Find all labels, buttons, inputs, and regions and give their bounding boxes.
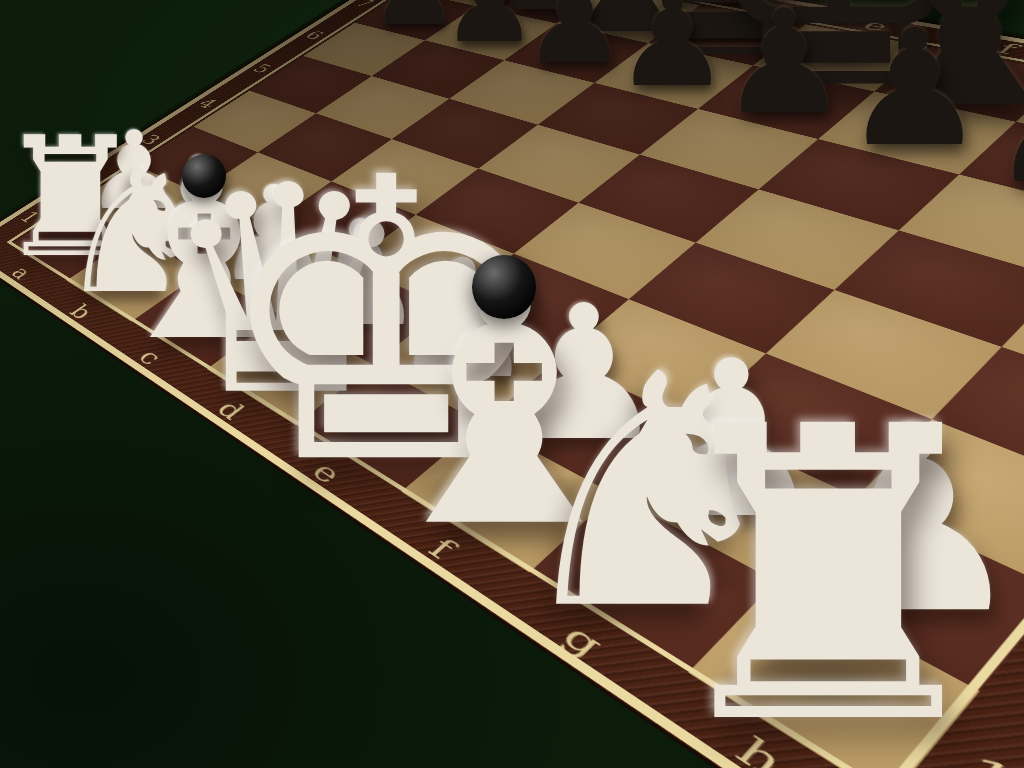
pawn-glyph: ♟ [614,0,730,105]
pawn-glyph: ♟ [986,28,1024,211]
pawn-glyph: ♟ [842,8,986,169]
chess-scene: aa11bb22cc33dd44ee55ff66gg77hh88 ♜♞♝♛♚♝♞… [0,0,1024,768]
rook-glyph: ♜ [647,374,1010,768]
pawn-glyph: ♟ [720,0,849,135]
pawn-glyph: ♟ [522,0,627,80]
